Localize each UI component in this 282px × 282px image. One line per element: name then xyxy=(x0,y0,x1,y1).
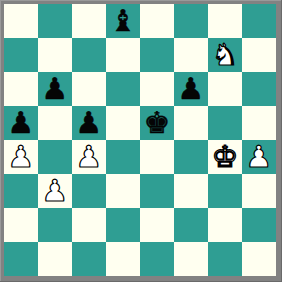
piece-white-pawn-a4[interactable]: ♟ xyxy=(4,140,38,174)
square-h7[interactable] xyxy=(242,38,276,72)
piece-black-pawn-b6[interactable]: ♟ xyxy=(38,72,72,106)
piece-black-pawn-a5[interactable]: ♟ xyxy=(4,106,38,140)
square-h8[interactable] xyxy=(242,4,276,38)
square-f4[interactable] xyxy=(174,140,208,174)
square-b4[interactable] xyxy=(38,140,72,174)
piece-white-pawn-b3[interactable]: ♟ xyxy=(38,174,72,208)
square-d3[interactable] xyxy=(106,174,140,208)
chess-app-window: ♝♞♟♟♟♟♚♟♟♚♟♟ xyxy=(0,0,282,282)
square-c1[interactable] xyxy=(72,242,106,276)
square-d1[interactable] xyxy=(106,242,140,276)
square-b2[interactable] xyxy=(38,208,72,242)
square-f2[interactable] xyxy=(174,208,208,242)
square-g3[interactable] xyxy=(208,174,242,208)
square-c7[interactable] xyxy=(72,38,106,72)
square-h5[interactable] xyxy=(242,106,276,140)
square-a2[interactable] xyxy=(4,208,38,242)
square-d4[interactable] xyxy=(106,140,140,174)
square-e2[interactable] xyxy=(140,208,174,242)
square-a3[interactable] xyxy=(4,174,38,208)
square-c2[interactable] xyxy=(72,208,106,242)
square-c5[interactable]: ♟ xyxy=(72,106,106,140)
square-b8[interactable] xyxy=(38,4,72,38)
square-d6[interactable] xyxy=(106,72,140,106)
square-e4[interactable] xyxy=(140,140,174,174)
square-b5[interactable] xyxy=(38,106,72,140)
piece-white-pawn-h4[interactable]: ♟ xyxy=(242,140,276,174)
square-d7[interactable] xyxy=(106,38,140,72)
square-b1[interactable] xyxy=(38,242,72,276)
square-a4[interactable]: ♟ xyxy=(4,140,38,174)
square-a6[interactable] xyxy=(4,72,38,106)
square-c6[interactable] xyxy=(72,72,106,106)
square-c4[interactable]: ♟ xyxy=(72,140,106,174)
square-c8[interactable] xyxy=(72,4,106,38)
square-g8[interactable] xyxy=(208,4,242,38)
square-h3[interactable] xyxy=(242,174,276,208)
square-g2[interactable] xyxy=(208,208,242,242)
square-b6[interactable]: ♟ xyxy=(38,72,72,106)
square-g6[interactable] xyxy=(208,72,242,106)
square-g4[interactable]: ♚ xyxy=(208,140,242,174)
square-e1[interactable] xyxy=(140,242,174,276)
square-f3[interactable] xyxy=(174,174,208,208)
piece-black-king-e5[interactable]: ♚ xyxy=(140,106,174,140)
square-b3[interactable]: ♟ xyxy=(38,174,72,208)
square-g1[interactable] xyxy=(208,242,242,276)
square-h6[interactable] xyxy=(242,72,276,106)
square-e7[interactable] xyxy=(140,38,174,72)
square-e8[interactable] xyxy=(140,4,174,38)
square-f8[interactable] xyxy=(174,4,208,38)
square-a5[interactable]: ♟ xyxy=(4,106,38,140)
square-a8[interactable] xyxy=(4,4,38,38)
piece-white-knight-g7[interactable]: ♞ xyxy=(208,38,242,72)
square-a7[interactable] xyxy=(4,38,38,72)
square-d5[interactable] xyxy=(106,106,140,140)
square-h4[interactable]: ♟ xyxy=(242,140,276,174)
square-b7[interactable] xyxy=(38,38,72,72)
piece-black-bishop-d8[interactable]: ♝ xyxy=(106,4,140,38)
piece-black-pawn-c5[interactable]: ♟ xyxy=(72,106,106,140)
square-g7[interactable]: ♞ xyxy=(208,38,242,72)
square-e5[interactable]: ♚ xyxy=(140,106,174,140)
square-d2[interactable] xyxy=(106,208,140,242)
square-d8[interactable]: ♝ xyxy=(106,4,140,38)
square-a1[interactable] xyxy=(4,242,38,276)
piece-black-pawn-f6[interactable]: ♟ xyxy=(174,72,208,106)
square-h1[interactable] xyxy=(242,242,276,276)
square-c3[interactable] xyxy=(72,174,106,208)
square-f1[interactable] xyxy=(174,242,208,276)
square-f7[interactable] xyxy=(174,38,208,72)
square-e6[interactable] xyxy=(140,72,174,106)
piece-white-king-g4[interactable]: ♚ xyxy=(208,140,242,174)
piece-white-pawn-c4[interactable]: ♟ xyxy=(72,140,106,174)
square-f6[interactable]: ♟ xyxy=(174,72,208,106)
square-e3[interactable] xyxy=(140,174,174,208)
chess-board: ♝♞♟♟♟♟♚♟♟♚♟♟ xyxy=(4,4,276,276)
square-g5[interactable] xyxy=(208,106,242,140)
square-f5[interactable] xyxy=(174,106,208,140)
square-h2[interactable] xyxy=(242,208,276,242)
